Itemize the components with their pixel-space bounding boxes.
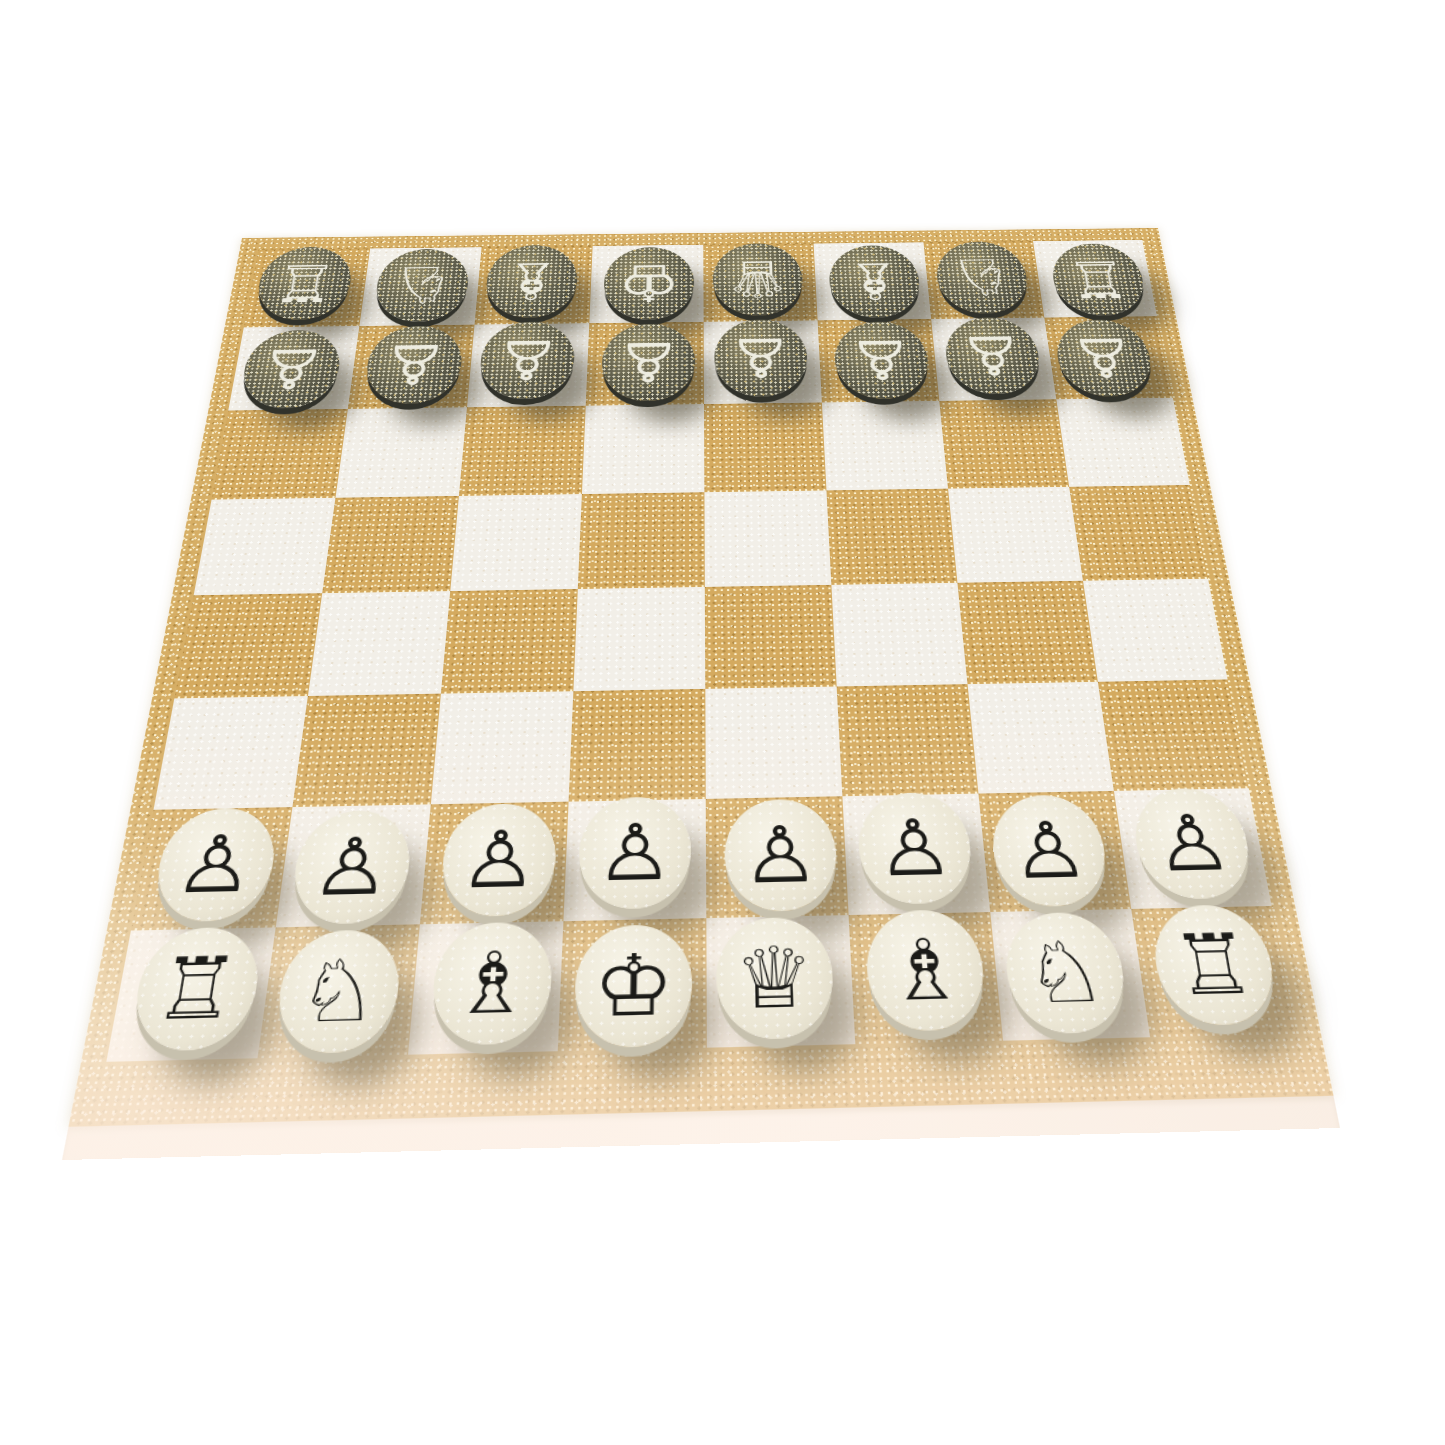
square-a5[interactable] (194, 498, 336, 596)
square-g3[interactable] (968, 682, 1114, 794)
pawn-icon: ♙ (438, 802, 558, 916)
pawn-icon: ♙ (856, 791, 975, 904)
black-rook[interactable]: ♖ (1048, 243, 1149, 316)
square-g4[interactable] (957, 581, 1097, 684)
pawn-icon: ♙ (238, 329, 345, 408)
square-c1[interactable]: ♗ (408, 921, 563, 1054)
board-grid: ♖♘♗♔♕♗♘♖♙♙♙♙♙♙♙♙♙♙♙♙♙♙♙♙♖♘♗♔♕♗♘♖ (106, 240, 1296, 1062)
square-b3[interactable] (292, 694, 440, 807)
square-c4[interactable] (441, 589, 578, 694)
black-rook[interactable]: ♖ (253, 246, 356, 320)
black-pawn[interactable]: ♙ (942, 317, 1043, 395)
square-e1[interactable]: ♕ (706, 915, 855, 1048)
square-d3[interactable] (569, 689, 706, 802)
pawn-icon: ♙ (714, 319, 809, 397)
square-h1[interactable]: ♖ (1131, 906, 1296, 1037)
black-king[interactable]: ♔ (603, 247, 694, 320)
pawn-icon: ♙ (1128, 787, 1257, 899)
knight-icon: ♘ (272, 929, 404, 1054)
square-h7[interactable]: ♙ (1044, 316, 1173, 399)
square-b2[interactable]: ♙ (276, 804, 431, 927)
white-queen[interactable]: ♕ (716, 916, 835, 1040)
square-h6[interactable] (1056, 398, 1190, 487)
square-a7[interactable]: ♙ (228, 326, 359, 411)
square-d7[interactable]: ♙ (586, 322, 704, 406)
square-g7[interactable]: ♙ (931, 318, 1056, 401)
pawn-icon: ♙ (1052, 319, 1157, 397)
square-c8[interactable]: ♗ (475, 246, 593, 325)
bishop-icon: ♗ (864, 908, 989, 1031)
pawn-icon: ♙ (149, 807, 281, 922)
square-g1[interactable]: ♘ (990, 909, 1150, 1041)
queen-icon: ♕ (716, 916, 835, 1040)
pawn-icon: ♙ (577, 796, 691, 910)
pawn-icon: ♙ (601, 323, 695, 401)
black-pawn[interactable]: ♙ (478, 321, 576, 399)
square-d1[interactable]: ♔ (558, 918, 707, 1051)
black-queen[interactable]: ♕ (713, 243, 805, 316)
square-d5[interactable] (578, 492, 705, 589)
square-b4[interactable] (308, 591, 450, 696)
square-b8[interactable]: ♘ (359, 247, 481, 326)
white-bishop[interactable]: ♗ (864, 908, 989, 1031)
white-pawn[interactable]: ♙ (988, 794, 1112, 907)
black-pawn[interactable]: ♙ (601, 323, 695, 401)
square-a1[interactable]: ♖ (106, 927, 275, 1061)
square-e5[interactable] (704, 490, 831, 586)
chessboard: ♖♘♗♔♕♗♘♖♙♙♙♙♙♙♙♙♙♙♙♙♙♙♙♙♖♘♗♔♕♗♘♖ (62, 228, 1340, 1160)
square-f2[interactable]: ♙ (842, 794, 990, 916)
pawn-icon: ♙ (942, 317, 1043, 395)
square-c3[interactable] (431, 691, 574, 804)
black-bishop[interactable]: ♗ (484, 245, 579, 318)
knight-icon: ♘ (372, 248, 471, 322)
square-f5[interactable] (826, 489, 957, 585)
square-a2[interactable]: ♙ (131, 807, 293, 930)
photo-scene: ♖♘♗♔♕♗♘♖♙♙♙♙♙♙♙♙♙♙♙♙♙♙♙♙♖♘♗♔♕♗♘♖ (0, 0, 1445, 1445)
square-b5[interactable] (322, 496, 459, 593)
white-pawn[interactable]: ♙ (149, 807, 281, 922)
square-e3[interactable] (705, 687, 842, 799)
pawn-icon: ♙ (288, 809, 414, 924)
pawn-icon: ♙ (478, 321, 576, 399)
rook-icon: ♖ (253, 246, 356, 320)
square-g8[interactable]: ♘ (924, 241, 1045, 319)
square-d2[interactable]: ♙ (563, 799, 706, 921)
square-d8[interactable]: ♔ (589, 245, 703, 323)
white-pawn[interactable]: ♙ (1128, 787, 1257, 899)
black-knight[interactable]: ♘ (934, 241, 1032, 314)
square-g2[interactable]: ♙ (978, 791, 1131, 912)
square-a3[interactable] (153, 696, 307, 810)
square-b7[interactable]: ♙ (348, 325, 475, 409)
pawn-icon: ♙ (833, 321, 931, 399)
square-f1[interactable]: ♗ (849, 912, 1003, 1044)
square-f6[interactable] (822, 401, 948, 491)
black-knight[interactable]: ♘ (372, 248, 471, 322)
white-bishop[interactable]: ♗ (429, 921, 554, 1045)
square-c5[interactable] (450, 494, 582, 591)
square-a6[interactable] (212, 409, 348, 500)
square-h3[interactable] (1098, 679, 1249, 790)
square-c7[interactable]: ♙ (467, 323, 589, 407)
black-pawn[interactable]: ♙ (714, 319, 809, 397)
square-e6[interactable] (704, 402, 826, 492)
white-rook[interactable]: ♖ (127, 926, 265, 1051)
square-f4[interactable] (831, 583, 967, 687)
square-h5[interactable] (1069, 485, 1208, 581)
square-e8[interactable]: ♕ (703, 244, 817, 322)
black-bishop[interactable]: ♗ (827, 245, 922, 318)
white-knight[interactable]: ♘ (272, 929, 404, 1054)
square-h4[interactable] (1083, 579, 1228, 682)
bishop-icon: ♗ (484, 245, 579, 318)
rook-icon: ♖ (1048, 243, 1149, 316)
white-king[interactable]: ♔ (573, 923, 692, 1047)
square-b1[interactable]: ♘ (258, 924, 420, 1058)
square-f3[interactable] (837, 684, 979, 796)
square-d4[interactable] (573, 587, 705, 691)
square-g6[interactable] (939, 399, 1069, 488)
square-e2[interactable]: ♙ (706, 796, 849, 918)
white-rook[interactable]: ♖ (1147, 904, 1282, 1026)
square-g5[interactable] (948, 487, 1083, 583)
white-pawn[interactable]: ♙ (724, 798, 839, 912)
square-c2[interactable]: ♙ (420, 802, 569, 925)
white-knight[interactable]: ♘ (1001, 911, 1131, 1034)
black-pawn[interactable]: ♙ (1052, 319, 1157, 397)
king-icon: ♔ (603, 247, 694, 320)
square-f7[interactable]: ♙ (818, 319, 940, 403)
square-c6[interactable] (459, 406, 586, 496)
square-b6[interactable] (335, 407, 467, 497)
bishop-icon: ♗ (429, 921, 554, 1045)
square-f8[interactable]: ♗ (814, 242, 932, 320)
square-d6[interactable] (582, 404, 705, 494)
white-pawn[interactable]: ♙ (288, 809, 414, 924)
rook-icon: ♖ (1147, 904, 1282, 1026)
white-pawn[interactable]: ♙ (577, 796, 691, 910)
pawn-icon: ♙ (988, 794, 1112, 907)
white-pawn[interactable]: ♙ (856, 791, 975, 904)
black-pawn[interactable]: ♙ (238, 329, 345, 408)
king-icon: ♔ (573, 923, 692, 1047)
white-pawn[interactable]: ♙ (438, 802, 558, 916)
square-h8[interactable]: ♖ (1033, 240, 1157, 318)
bishop-icon: ♗ (827, 245, 922, 318)
pawn-icon: ♙ (362, 325, 465, 404)
square-e7[interactable]: ♙ (704, 320, 822, 404)
black-pawn[interactable]: ♙ (833, 321, 931, 399)
knight-icon: ♘ (1001, 911, 1131, 1034)
square-e4[interactable] (705, 585, 837, 689)
black-pawn[interactable]: ♙ (362, 325, 465, 404)
rook-icon: ♖ (127, 926, 265, 1051)
square-h2[interactable]: ♙ (1114, 788, 1272, 909)
knight-icon: ♘ (934, 241, 1032, 314)
pawn-icon: ♙ (724, 798, 839, 912)
square-a8[interactable]: ♖ (244, 248, 370, 327)
square-a4[interactable] (174, 593, 322, 698)
queen-icon: ♕ (713, 243, 805, 316)
